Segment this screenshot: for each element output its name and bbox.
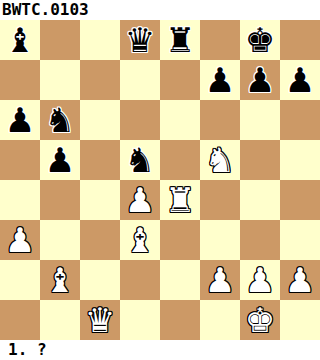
square-h7[interactable]: ♟ xyxy=(280,60,320,100)
white-pawn: ♟ xyxy=(0,220,40,260)
square-h4[interactable] xyxy=(280,180,320,220)
white-bishop: ♝ xyxy=(120,220,160,260)
square-c6[interactable] xyxy=(80,100,120,140)
square-e2[interactable] xyxy=(160,260,200,300)
square-a6[interactable]: ♟ xyxy=(0,100,40,140)
white-knight: ♞ xyxy=(200,140,240,180)
square-g6[interactable] xyxy=(240,100,280,140)
square-d6[interactable] xyxy=(120,100,160,140)
black-pawn: ♟ xyxy=(0,100,40,140)
square-g7[interactable]: ♟ xyxy=(240,60,280,100)
chess-board: ♝♛♜♚♟♟♟♟♞♟♞♞♟♜♟♝♝♟♟♟♛♚ xyxy=(0,20,320,340)
square-c2[interactable] xyxy=(80,260,120,300)
square-h1[interactable] xyxy=(280,300,320,340)
square-b1[interactable] xyxy=(40,300,80,340)
white-pawn: ♟ xyxy=(120,180,160,220)
square-d5[interactable]: ♞ xyxy=(120,140,160,180)
square-b8[interactable] xyxy=(40,20,80,60)
white-bishop: ♝ xyxy=(40,260,80,300)
white-pawn: ♟ xyxy=(240,260,280,300)
square-b5[interactable]: ♟ xyxy=(40,140,80,180)
square-d3[interactable]: ♝ xyxy=(120,220,160,260)
square-h2[interactable]: ♟ xyxy=(280,260,320,300)
square-g1[interactable]: ♚ xyxy=(240,300,280,340)
square-f3[interactable] xyxy=(200,220,240,260)
square-c5[interactable] xyxy=(80,140,120,180)
square-d2[interactable] xyxy=(120,260,160,300)
square-e8[interactable]: ♜ xyxy=(160,20,200,60)
square-c7[interactable] xyxy=(80,60,120,100)
black-king: ♚ xyxy=(240,20,280,60)
square-d8[interactable]: ♛ xyxy=(120,20,160,60)
square-a3[interactable]: ♟ xyxy=(0,220,40,260)
square-f2[interactable]: ♟ xyxy=(200,260,240,300)
square-f6[interactable] xyxy=(200,100,240,140)
square-f5[interactable]: ♞ xyxy=(200,140,240,180)
move-prompt: 1. ? xyxy=(0,340,320,360)
square-d7[interactable] xyxy=(120,60,160,100)
square-a7[interactable] xyxy=(0,60,40,100)
black-pawn: ♟ xyxy=(200,60,240,100)
black-queen: ♛ xyxy=(120,20,160,60)
black-bishop: ♝ xyxy=(0,20,40,60)
square-c3[interactable] xyxy=(80,220,120,260)
square-g2[interactable]: ♟ xyxy=(240,260,280,300)
square-e3[interactable] xyxy=(160,220,200,260)
square-c4[interactable] xyxy=(80,180,120,220)
square-h3[interactable] xyxy=(280,220,320,260)
square-f1[interactable] xyxy=(200,300,240,340)
white-queen: ♛ xyxy=(80,300,120,340)
square-e6[interactable] xyxy=(160,100,200,140)
square-b2[interactable]: ♝ xyxy=(40,260,80,300)
square-g3[interactable] xyxy=(240,220,280,260)
page-title: BWTC.0103 xyxy=(0,0,320,20)
square-e7[interactable] xyxy=(160,60,200,100)
square-a4[interactable] xyxy=(0,180,40,220)
black-knight: ♞ xyxy=(40,100,80,140)
white-rook: ♜ xyxy=(160,180,200,220)
square-c8[interactable] xyxy=(80,20,120,60)
black-rook: ♜ xyxy=(160,20,200,60)
black-pawn: ♟ xyxy=(240,60,280,100)
square-b3[interactable] xyxy=(40,220,80,260)
square-g5[interactable] xyxy=(240,140,280,180)
square-b4[interactable] xyxy=(40,180,80,220)
square-d4[interactable]: ♟ xyxy=(120,180,160,220)
black-pawn: ♟ xyxy=(280,60,320,100)
square-b6[interactable]: ♞ xyxy=(40,100,80,140)
white-pawn: ♟ xyxy=(200,260,240,300)
square-c1[interactable]: ♛ xyxy=(80,300,120,340)
square-h8[interactable] xyxy=(280,20,320,60)
square-e4[interactable]: ♜ xyxy=(160,180,200,220)
square-d1[interactable] xyxy=(120,300,160,340)
square-f4[interactable] xyxy=(200,180,240,220)
black-knight: ♞ xyxy=(120,140,160,180)
square-e5[interactable] xyxy=(160,140,200,180)
square-b7[interactable] xyxy=(40,60,80,100)
square-h6[interactable] xyxy=(280,100,320,140)
square-f7[interactable]: ♟ xyxy=(200,60,240,100)
white-king: ♚ xyxy=(240,300,280,340)
square-a2[interactable] xyxy=(0,260,40,300)
white-pawn: ♟ xyxy=(280,260,320,300)
square-g4[interactable] xyxy=(240,180,280,220)
square-a8[interactable]: ♝ xyxy=(0,20,40,60)
square-e1[interactable] xyxy=(160,300,200,340)
square-f8[interactable] xyxy=(200,20,240,60)
square-a1[interactable] xyxy=(0,300,40,340)
square-g8[interactable]: ♚ xyxy=(240,20,280,60)
square-a5[interactable] xyxy=(0,140,40,180)
square-h5[interactable] xyxy=(280,140,320,180)
black-pawn: ♟ xyxy=(40,140,80,180)
